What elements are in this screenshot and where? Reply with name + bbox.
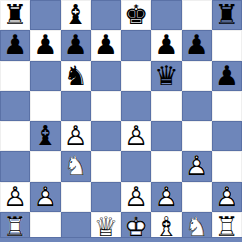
square-d5[interactable]: [91, 91, 121, 121]
white-pawn-icon[interactable]: ♟♙: [30, 182, 60, 212]
square-g3[interactable]: ♟♙: [182, 151, 212, 181]
square-g7[interactable]: ♟: [182, 30, 212, 60]
square-d4[interactable]: [91, 121, 121, 151]
square-g5[interactable]: [182, 91, 212, 121]
black-rook-icon[interactable]: ♜: [0, 0, 30, 30]
white-pawn-icon[interactable]: ♟♙: [121, 121, 151, 151]
white-pawn-icon[interactable]: ♟♙: [0, 182, 30, 212]
square-a4[interactable]: [0, 121, 30, 151]
square-f4[interactable]: [151, 121, 181, 151]
black-pawn-icon[interactable]: ♟: [212, 61, 242, 91]
square-f7[interactable]: ♟: [151, 30, 181, 60]
black-pawn-icon[interactable]: ♟: [151, 30, 181, 60]
square-f5[interactable]: [151, 91, 181, 121]
black-king-icon[interactable]: ♚: [121, 0, 151, 30]
chess-board: ♜♝♚♜♟♟♟♟♟♟♞♛♟♝♟♙♟♙♞♘♟♙♟♙♟♙♟♙♟♙♟♙♜♖♛♕♚♔♝♗…: [0, 0, 242, 242]
square-e5[interactable]: [121, 91, 151, 121]
square-b5[interactable]: [30, 91, 60, 121]
square-c8[interactable]: ♝: [61, 0, 91, 30]
square-a2[interactable]: ♟♙: [0, 182, 30, 212]
piece-outline: ♙: [30, 182, 60, 212]
square-b4[interactable]: ♝: [30, 121, 60, 151]
square-e7[interactable]: [121, 30, 151, 60]
black-bishop-icon[interactable]: ♝: [61, 0, 91, 30]
square-h5[interactable]: [212, 91, 242, 121]
square-f8[interactable]: [151, 0, 181, 30]
piece-outline: ♙: [151, 182, 181, 212]
black-knight-icon[interactable]: ♞: [61, 61, 91, 91]
square-d2[interactable]: [91, 182, 121, 212]
square-b8[interactable]: [30, 0, 60, 30]
square-h7[interactable]: [212, 30, 242, 60]
black-rook-icon[interactable]: ♜: [212, 0, 242, 30]
black-pawn-icon[interactable]: ♟: [61, 30, 91, 60]
square-a5[interactable]: [0, 91, 30, 121]
square-b2[interactable]: ♟♙: [30, 182, 60, 212]
chess-board-screenshot: ♜♝♚♜♟♟♟♟♟♟♞♛♟♝♟♙♟♙♞♘♟♙♟♙♟♙♟♙♟♙♟♙♜♖♛♕♚♔♝♗…: [0, 0, 242, 242]
white-pawn-icon[interactable]: ♟♙: [61, 121, 91, 151]
piece-outline: ♙: [121, 182, 151, 212]
square-h4[interactable]: [212, 121, 242, 151]
piece-outline: ♙: [212, 182, 242, 212]
square-h2[interactable]: ♟♙: [212, 182, 242, 212]
square-b3[interactable]: [30, 151, 60, 181]
square-f3[interactable]: [151, 151, 181, 181]
square-c2[interactable]: [61, 182, 91, 212]
square-g2[interactable]: [182, 182, 212, 212]
piece-outline: ♙: [121, 121, 151, 151]
square-e2[interactable]: ♟♙: [121, 182, 151, 212]
square-a8[interactable]: ♜: [0, 0, 30, 30]
board-bottom-edge: [0, 237, 242, 242]
square-a7[interactable]: ♟: [0, 30, 30, 60]
square-h3[interactable]: [212, 151, 242, 181]
black-pawn-icon[interactable]: ♟: [0, 30, 30, 60]
black-pawn-icon[interactable]: ♟: [30, 30, 60, 60]
white-pawn-icon[interactable]: ♟♙: [212, 182, 242, 212]
square-a3[interactable]: [0, 151, 30, 181]
square-e8[interactable]: ♚: [121, 0, 151, 30]
piece-outline: ♙: [0, 182, 30, 212]
square-c3[interactable]: ♞♘: [61, 151, 91, 181]
black-queen-icon[interactable]: ♛: [151, 61, 181, 91]
black-pawn-icon[interactable]: ♟: [91, 30, 121, 60]
square-g6[interactable]: [182, 61, 212, 91]
square-f6[interactable]: ♛: [151, 61, 181, 91]
square-d6[interactable]: [91, 61, 121, 91]
black-pawn-icon[interactable]: ♟: [182, 30, 212, 60]
square-c4[interactable]: ♟♙: [61, 121, 91, 151]
white-knight-icon[interactable]: ♞♘: [61, 151, 91, 181]
square-b7[interactable]: ♟: [30, 30, 60, 60]
square-a6[interactable]: [0, 61, 30, 91]
square-h6[interactable]: ♟: [212, 61, 242, 91]
piece-outline: ♙: [61, 121, 91, 151]
square-g8[interactable]: [182, 0, 212, 30]
square-c6[interactable]: ♞: [61, 61, 91, 91]
square-c5[interactable]: [61, 91, 91, 121]
square-e6[interactable]: [121, 61, 151, 91]
white-pawn-icon[interactable]: ♟♙: [151, 182, 181, 212]
square-d7[interactable]: ♟: [91, 30, 121, 60]
black-bishop-icon[interactable]: ♝: [30, 121, 60, 151]
square-e3[interactable]: [121, 151, 151, 181]
white-pawn-icon[interactable]: ♟♙: [121, 182, 151, 212]
square-e4[interactable]: ♟♙: [121, 121, 151, 151]
square-b6[interactable]: [30, 61, 60, 91]
white-pawn-icon[interactable]: ♟♙: [182, 151, 212, 181]
square-d3[interactable]: [91, 151, 121, 181]
square-c7[interactable]: ♟: [61, 30, 91, 60]
square-d8[interactable]: [91, 0, 121, 30]
square-f2[interactable]: ♟♙: [151, 182, 181, 212]
square-h8[interactable]: ♜: [212, 0, 242, 30]
piece-outline: ♘: [61, 151, 91, 181]
square-g4[interactable]: [182, 121, 212, 151]
piece-outline: ♙: [182, 151, 212, 181]
